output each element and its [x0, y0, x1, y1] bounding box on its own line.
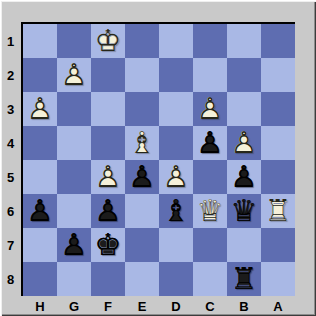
- file-label-C: C: [193, 296, 227, 316]
- square-D2[interactable]: [159, 58, 193, 92]
- square-G7[interactable]: ♟♙: [57, 228, 91, 262]
- piece-black-bishop-D6[interactable]: ♝♗: [159, 194, 193, 228]
- white-king-outline: ♔: [91, 24, 125, 58]
- rank-label-1: 1: [0, 24, 21, 58]
- white-bishop-outline: ♗: [125, 126, 159, 160]
- rank-label-8: 8: [0, 262, 21, 296]
- black-bishop-outline: ♗: [159, 194, 193, 228]
- white-pawn-outline: ♙: [227, 126, 261, 160]
- white-rook-outline: ♖: [261, 194, 295, 228]
- piece-black-pawn-B5[interactable]: ♟♙: [227, 160, 261, 194]
- black-pawn-outline: ♙: [57, 228, 91, 262]
- square-B4[interactable]: ♟♙: [227, 126, 261, 160]
- square-C4[interactable]: ♟♙: [193, 126, 227, 160]
- square-G6[interactable]: [57, 194, 91, 228]
- black-king-outline: ♔: [91, 228, 125, 262]
- square-F1[interactable]: ♚♔: [91, 24, 125, 58]
- black-pawn-outline: ♙: [125, 160, 159, 194]
- piece-white-pawn-H3[interactable]: ♟♙: [23, 92, 57, 126]
- square-A7[interactable]: [261, 228, 295, 262]
- square-E5[interactable]: ♟♙: [125, 160, 159, 194]
- rank-label-5: 5: [0, 160, 21, 194]
- square-C5[interactable]: [193, 160, 227, 194]
- square-C3[interactable]: ♟♙: [193, 92, 227, 126]
- square-D5[interactable]: ♟♙: [159, 160, 193, 194]
- square-F6[interactable]: ♟♙: [91, 194, 125, 228]
- square-E7[interactable]: [125, 228, 159, 262]
- rank-label-3: 3: [0, 92, 21, 126]
- rank-label-4: 4: [0, 126, 21, 160]
- file-label-E: E: [125, 296, 159, 316]
- piece-white-pawn-D5[interactable]: ♟♙: [159, 160, 193, 194]
- square-H3[interactable]: ♟♙: [23, 92, 57, 126]
- square-D8[interactable]: [159, 262, 193, 296]
- piece-white-rook-A6[interactable]: ♜♖: [261, 194, 295, 228]
- piece-white-king-F1[interactable]: ♚♔: [91, 24, 125, 58]
- square-G5[interactable]: [57, 160, 91, 194]
- square-F4[interactable]: [91, 126, 125, 160]
- square-D4[interactable]: [159, 126, 193, 160]
- square-E6[interactable]: [125, 194, 159, 228]
- square-E8[interactable]: [125, 262, 159, 296]
- square-G3[interactable]: [57, 92, 91, 126]
- square-B8[interactable]: ♜♖: [227, 262, 261, 296]
- board: ♚♔♟♙♟♙♟♙♝♗♟♙♟♙♟♙♟♙♟♙♟♙♟♙♟♙♝♗♛♕♛♕♜♖♟♙♚♔♜♖: [23, 24, 295, 296]
- square-H1[interactable]: [23, 24, 57, 58]
- square-H7[interactable]: [23, 228, 57, 262]
- piece-white-pawn-G2[interactable]: ♟♙: [57, 58, 91, 92]
- square-H5[interactable]: [23, 160, 57, 194]
- square-A3[interactable]: [261, 92, 295, 126]
- file-label-F: F: [91, 296, 125, 316]
- square-G4[interactable]: [57, 126, 91, 160]
- square-H2[interactable]: [23, 58, 57, 92]
- white-pawn-outline: ♙: [159, 160, 193, 194]
- piece-white-bishop-E4[interactable]: ♝♗: [125, 126, 159, 160]
- piece-black-pawn-F6[interactable]: ♟♙: [91, 194, 125, 228]
- board-border: ♚♔♟♙♟♙♟♙♝♗♟♙♟♙♟♙♟♙♟♙♟♙♟♙♟♙♝♗♛♕♛♕♜♖♟♙♚♔♜♖: [21, 22, 295, 296]
- piece-white-pawn-B4[interactable]: ♟♙: [227, 126, 261, 160]
- square-G8[interactable]: [57, 262, 91, 296]
- black-pawn-outline: ♙: [193, 126, 227, 160]
- piece-black-pawn-G7[interactable]: ♟♙: [57, 228, 91, 262]
- black-pawn-outline: ♙: [91, 194, 125, 228]
- square-D6[interactable]: ♝♗: [159, 194, 193, 228]
- black-queen-outline: ♕: [227, 194, 261, 228]
- square-A5[interactable]: [261, 160, 295, 194]
- piece-black-king-F7[interactable]: ♚♔: [91, 228, 125, 262]
- white-pawn-outline: ♙: [23, 92, 57, 126]
- file-label-B: B: [227, 296, 261, 316]
- square-C8[interactable]: [193, 262, 227, 296]
- white-queen-outline: ♕: [193, 194, 227, 228]
- square-B2[interactable]: [227, 58, 261, 92]
- chess-app-frame: ♚♔♟♙♟♙♟♙♝♗♟♙♟♙♟♙♟♙♟♙♟♙♟♙♟♙♝♗♛♕♛♕♜♖♟♙♚♔♜♖…: [0, 0, 316, 316]
- piece-black-rook-B8[interactable]: ♜♖: [227, 262, 261, 296]
- square-C2[interactable]: [193, 58, 227, 92]
- square-A8[interactable]: [261, 262, 295, 296]
- piece-white-pawn-F5[interactable]: ♟♙: [91, 160, 125, 194]
- piece-black-pawn-C4[interactable]: ♟♙: [193, 126, 227, 160]
- file-label-G: G: [57, 296, 91, 316]
- black-pawn-outline: ♙: [23, 194, 57, 228]
- white-pawn-outline: ♙: [193, 92, 227, 126]
- square-B7[interactable]: [227, 228, 261, 262]
- file-label-D: D: [159, 296, 193, 316]
- square-B3[interactable]: [227, 92, 261, 126]
- square-A2[interactable]: [261, 58, 295, 92]
- piece-white-queen-C6[interactable]: ♛♕: [193, 194, 227, 228]
- square-B6[interactable]: ♛♕: [227, 194, 261, 228]
- rank-label-7: 7: [0, 228, 21, 262]
- rank-label-2: 2: [0, 58, 21, 92]
- square-G2[interactable]: ♟♙: [57, 58, 91, 92]
- piece-black-queen-B6[interactable]: ♛♕: [227, 194, 261, 228]
- square-G1[interactable]: [57, 24, 91, 58]
- square-E2[interactable]: [125, 58, 159, 92]
- black-rook-outline: ♖: [227, 262, 261, 296]
- square-E1[interactable]: [125, 24, 159, 58]
- square-F3[interactable]: [91, 92, 125, 126]
- square-E3[interactable]: [125, 92, 159, 126]
- black-pawn-outline: ♙: [227, 160, 261, 194]
- piece-black-pawn-E5[interactable]: ♟♙: [125, 160, 159, 194]
- square-H6[interactable]: ♟♙: [23, 194, 57, 228]
- square-F2[interactable]: [91, 58, 125, 92]
- piece-white-pawn-C3[interactable]: ♟♙: [193, 92, 227, 126]
- square-D7[interactable]: [159, 228, 193, 262]
- square-F5[interactable]: ♟♙: [91, 160, 125, 194]
- file-label-A: A: [261, 296, 295, 316]
- square-D3[interactable]: [159, 92, 193, 126]
- file-label-H: H: [23, 296, 57, 316]
- square-C7[interactable]: [193, 228, 227, 262]
- square-H8[interactable]: [23, 262, 57, 296]
- rank-label-6: 6: [0, 194, 21, 228]
- white-pawn-outline: ♙: [91, 160, 125, 194]
- square-C6[interactable]: ♛♕: [193, 194, 227, 228]
- piece-black-pawn-H6[interactable]: ♟♙: [23, 194, 57, 228]
- square-D1[interactable]: [159, 24, 193, 58]
- square-H4[interactable]: [23, 126, 57, 160]
- white-pawn-outline: ♙: [57, 58, 91, 92]
- square-B1[interactable]: [227, 24, 261, 58]
- square-A6[interactable]: ♜♖: [261, 194, 295, 228]
- square-A1[interactable]: [261, 24, 295, 58]
- square-A4[interactable]: [261, 126, 295, 160]
- square-C1[interactable]: [193, 24, 227, 58]
- square-B5[interactable]: ♟♙: [227, 160, 261, 194]
- square-F8[interactable]: [91, 262, 125, 296]
- square-F7[interactable]: ♚♔: [91, 228, 125, 262]
- square-E4[interactable]: ♝♗: [125, 126, 159, 160]
